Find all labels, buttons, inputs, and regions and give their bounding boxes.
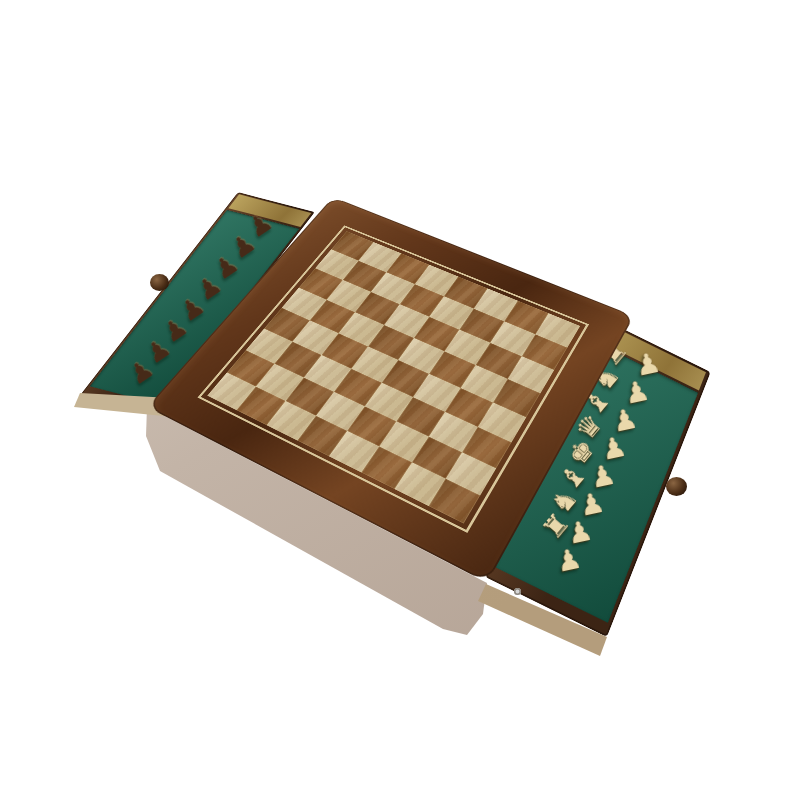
right-drawer-knob xyxy=(666,477,687,496)
product-photo-scene: ♟♟♟♟♟♟♟♟♜♞♝♛♚♝♞♜♟♟♟♟♟♟♟♟ xyxy=(0,0,800,800)
left-drawer-knob xyxy=(150,274,169,291)
board-field xyxy=(207,231,580,523)
drawer-screw xyxy=(514,588,521,595)
